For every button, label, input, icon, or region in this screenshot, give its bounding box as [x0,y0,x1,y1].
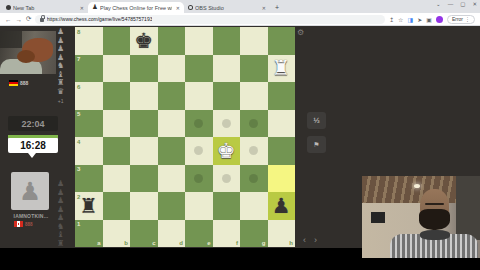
opponent-info-row: 888 [9,80,28,86]
chess-board[interactable]: 8♚7♜654♚32♜♟1abcdefgh [75,27,295,247]
square-a3[interactable]: 3 [75,165,103,193]
rank-label: 1 [77,221,80,227]
square-f3[interactable] [213,165,241,193]
square-f7[interactable] [213,55,241,83]
side-panel-icon[interactable]: ◨ [408,16,414,23]
square-e6[interactable] [185,82,213,110]
dog-head [17,50,35,63]
square-f6[interactable] [213,82,241,110]
square-g3[interactable] [240,165,268,193]
move-navigation: ‹ › [303,235,317,245]
new-tab-button[interactable]: + [275,4,279,11]
square-e5[interactable] [185,110,213,138]
square-b1[interactable]: b [103,220,131,248]
tab-chess[interactable]: ♟ Play Chess Online for Free with t… ✕ [88,2,184,13]
square-e4[interactable] [185,137,213,165]
next-move-button[interactable]: › [314,235,317,245]
square-g7[interactable] [240,55,268,83]
webcam-speaker [371,212,385,223]
square-h8[interactable] [268,27,296,55]
square-c1[interactable]: c [130,220,158,248]
maximize-icon[interactable]: ▢ [460,1,465,7]
reload-icon[interactable]: ⟳ [26,15,31,23]
square-h3[interactable] [268,165,296,193]
square-c7[interactable] [130,55,158,83]
material-advantage: +1 [58,97,64,106]
square-d7[interactable] [158,55,186,83]
forward-icon[interactable]: → [16,16,23,23]
legal-move-dot[interactable] [194,174,203,183]
square-d2[interactable] [158,192,186,220]
rank-label: 4 [77,139,80,145]
legal-move-dot[interactable] [194,119,203,128]
square-a5[interactable]: 5 [75,110,103,138]
square-g6[interactable] [240,82,268,110]
square-c2[interactable] [130,192,158,220]
browser-toolbar: ← → ⟳ https://www.chess.com/game/live/54… [0,13,480,26]
legal-move-dot[interactable] [249,174,258,183]
square-f5[interactable] [213,110,241,138]
prev-move-button[interactable]: ‹ [303,235,306,245]
player-rating: 888 [25,222,33,227]
captured-piece-icon: ♜ [57,240,64,249]
canada-flag-icon [14,221,23,227]
chess-page: 888 ♟♟♟♟♞♝♜♛+1 22:04 16:28 ♟ IAMNOTKIN..… [0,26,480,270]
menu-dots-icon[interactable]: ⋮ [465,16,470,22]
padlock-icon [40,18,43,22]
square-b7[interactable] [103,55,131,83]
extensions-icon[interactable]: ▣ [426,16,432,23]
square-f4[interactable]: ♚ [213,137,241,165]
close-tab-icon[interactable]: ✕ [262,5,266,11]
square-h1[interactable]: h [268,220,296,248]
square-c5[interactable] [130,110,158,138]
captured-pieces-top: ♟♟♟♟♞♝♜♛+1 [57,28,64,106]
square-b5[interactable] [103,110,131,138]
square-d1[interactable]: d [158,220,186,248]
black-pawn[interactable]: ♟ [268,192,296,220]
player-username[interactable]: IAMNOTKIN... [0,213,62,219]
file-label: c [152,240,155,246]
close-window-icon[interactable]: ✕ [472,1,477,7]
webcam-lamp [414,184,420,188]
offer-draw-button[interactable]: ½ [307,112,326,129]
player-avatar[interactable]: ♟ [11,172,49,210]
square-h7[interactable]: ♜ [268,55,296,83]
url-bar[interactable]: https://www.chess.com/game/live/54785757… [35,15,385,24]
square-d5[interactable] [158,110,186,138]
black-king[interactable]: ♚ [130,27,158,55]
square-d4[interactable] [158,137,186,165]
square-b4[interactable] [103,137,131,165]
tab-obs[interactable]: OBS Studio ✕ [184,2,270,13]
white-king[interactable]: ♚ [213,137,241,165]
black-rook[interactable]: ♜ [75,192,103,220]
germany-flag-icon [9,80,18,86]
square-h2[interactable]: ♟ [268,192,296,220]
tab-label: OBS Studio [195,5,258,11]
file-label: e [207,240,210,246]
square-d8[interactable] [158,27,186,55]
bookmark-star-icon[interactable]: ☆ [398,16,403,23]
clock-pointer [28,153,36,158]
back-icon[interactable]: ← [5,16,12,23]
square-g4[interactable] [240,137,268,165]
captured-pieces-bottom: ♟♟♟♟♟♞♝♜ [57,180,64,248]
screen: New Tab ✕ ♟ Play Chess Online for Free w… [0,0,480,270]
square-f1[interactable]: f [213,220,241,248]
square-c4[interactable] [130,137,158,165]
square-b8[interactable] [103,27,131,55]
tab-label: Play Chess Online for Free with t… [100,5,172,11]
square-g2[interactable] [240,192,268,220]
square-a7[interactable]: 7 [75,55,103,83]
rank-label: 5 [77,111,80,117]
rank-label: 8 [77,29,80,35]
minimize-icon[interactable]: — [448,1,454,7]
tab-label: New Tab [13,5,76,11]
pawn-avatar-icon: ♟ [19,177,41,206]
file-label: h [289,240,293,246]
square-a6[interactable]: 6 [75,82,103,110]
person-beard [419,209,450,230]
square-f2[interactable] [213,192,241,220]
square-c8[interactable]: ♚ [130,27,158,55]
time-progress-bar [8,135,58,138]
square-e1[interactable]: e [185,220,213,248]
webcam-background [0,31,22,48]
tab-search-icon[interactable]: ⌄ [436,1,441,7]
person-collar [420,230,450,240]
square-e7[interactable] [185,55,213,83]
square-a4[interactable]: 4 [75,137,103,165]
square-h4[interactable] [268,137,296,165]
browser-tab-strip: New Tab ✕ ♟ Play Chess Online for Free w… [0,0,480,13]
legal-move-dot[interactable] [222,174,231,183]
rank-label: 3 [77,166,80,172]
captured-piece-icon: ♛ [57,88,64,97]
player-info-row: 888 [14,221,33,227]
square-d3[interactable] [158,165,186,193]
player-webcam-video [362,176,480,258]
file-label: a [97,240,100,246]
board-settings-gear-icon[interactable]: ⚙ [297,28,304,37]
share-icon[interactable]: ↥ [389,16,394,23]
square-a2[interactable]: 2♜ [75,192,103,220]
file-label: f [236,240,238,246]
resign-button[interactable]: ⚑ [307,136,326,153]
square-b2[interactable] [103,192,131,220]
close-tab-icon[interactable]: ✕ [80,5,84,11]
player-clock: 16:28 [8,137,58,153]
close-tab-icon[interactable]: ✕ [176,5,180,11]
square-e8[interactable] [185,27,213,55]
legal-move-dot[interactable] [194,146,203,155]
legal-move-dot[interactable] [249,146,258,155]
error-button-label: Error [452,16,463,22]
person-eyebrows [425,203,444,205]
legal-move-dot[interactable] [249,119,258,128]
square-h5[interactable] [268,110,296,138]
legal-move-dot[interactable] [222,119,231,128]
square-g5[interactable] [240,110,268,138]
square-a8[interactable]: 8 [75,27,103,55]
square-c3[interactable] [130,165,158,193]
globe-favicon-icon [6,5,11,10]
square-b6[interactable] [103,82,131,110]
window-controls: ⌄ — ▢ ✕ [436,1,477,7]
square-e2[interactable] [185,192,213,220]
tab-new-tab[interactable]: New Tab ✕ [2,2,88,13]
rank-label: 7 [77,56,80,62]
error-button[interactable]: Error ⋮ [447,15,475,24]
opponent-webcam-video [0,31,56,74]
square-h6[interactable] [268,82,296,110]
square-f8[interactable] [213,27,241,55]
square-e3[interactable] [185,165,213,193]
square-c6[interactable] [130,82,158,110]
square-b3[interactable] [103,165,131,193]
profile-avatar[interactable] [436,16,443,23]
square-a1[interactable]: 1a [75,220,103,248]
file-label: b [124,240,128,246]
square-g1[interactable]: g [240,220,268,248]
chess-pawn-favicon-icon: ♟ [92,4,98,11]
file-label: d [179,240,183,246]
square-d6[interactable] [158,82,186,110]
file-label: g [262,240,266,246]
resign-flag-icon: ⚑ [313,141,319,149]
obs-favicon-icon [188,5,193,10]
url-text[interactable]: https://www.chess.com/game/live/54785757… [47,16,153,22]
webcam-dark-wall [456,176,480,240]
extensions-pin-icon[interactable]: ➤ [417,16,422,23]
rank-label: 6 [77,84,80,90]
opponent-label: 888 [20,80,28,86]
square-g8[interactable] [240,27,268,55]
opponent-clock: 22:04 [8,116,58,131]
white-rook[interactable]: ♜ [268,55,296,83]
